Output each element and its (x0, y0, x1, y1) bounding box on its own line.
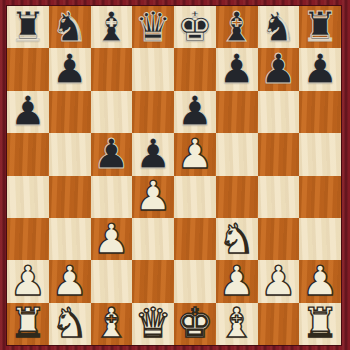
square-d6[interactable] (132, 91, 174, 133)
square-e6[interactable]: ♟ (174, 91, 216, 133)
black-pawn[interactable]: ♟ (132, 133, 174, 175)
black-rook[interactable]: ♜ (7, 6, 49, 48)
square-e4[interactable] (174, 176, 216, 218)
square-e1[interactable]: ♚ (174, 303, 216, 345)
square-c1[interactable]: ♝ (91, 303, 133, 345)
square-c4[interactable] (91, 176, 133, 218)
square-a5[interactable] (7, 133, 49, 175)
square-c8[interactable]: ♝ (91, 6, 133, 48)
square-b4[interactable] (49, 176, 91, 218)
square-f7[interactable]: ♟ (216, 48, 258, 90)
square-e2[interactable] (174, 260, 216, 302)
white-queen[interactable]: ♛ (132, 303, 174, 345)
square-a6[interactable]: ♟ (7, 91, 49, 133)
square-f1[interactable]: ♝ (216, 303, 258, 345)
white-pawn[interactable]: ♟ (216, 260, 258, 302)
square-a1[interactable]: ♜ (7, 303, 49, 345)
black-queen[interactable]: ♛ (132, 6, 174, 48)
black-pawn[interactable]: ♟ (216, 48, 258, 90)
square-e8[interactable]: ♚ (174, 6, 216, 48)
square-h1[interactable]: ♜ (299, 303, 341, 345)
black-rook[interactable]: ♜ (299, 6, 341, 48)
square-e7[interactable] (174, 48, 216, 90)
board-frame: ♜♞♝♛♚♝♞♜♟♟♟♟♟♟♟♟♟♟♟♞♟♟♟♟♟♜♞♝♛♚♝♜ (0, 0, 350, 350)
square-h8[interactable]: ♜ (299, 6, 341, 48)
square-b2[interactable]: ♟ (49, 260, 91, 302)
square-h4[interactable] (299, 176, 341, 218)
square-f2[interactable]: ♟ (216, 260, 258, 302)
square-f8[interactable]: ♝ (216, 6, 258, 48)
square-e3[interactable] (174, 218, 216, 260)
white-knight[interactable]: ♞ (216, 218, 258, 260)
square-d3[interactable] (132, 218, 174, 260)
black-pawn[interactable]: ♟ (49, 48, 91, 90)
square-c6[interactable] (91, 91, 133, 133)
white-pawn[interactable]: ♟ (174, 133, 216, 175)
square-h2[interactable]: ♟ (299, 260, 341, 302)
white-rook[interactable]: ♜ (299, 303, 341, 345)
black-pawn[interactable]: ♟ (91, 133, 133, 175)
square-g8[interactable]: ♞ (258, 6, 300, 48)
black-bishop[interactable]: ♝ (216, 6, 258, 48)
square-f4[interactable] (216, 176, 258, 218)
square-f6[interactable] (216, 91, 258, 133)
square-b1[interactable]: ♞ (49, 303, 91, 345)
square-h3[interactable] (299, 218, 341, 260)
black-king[interactable]: ♚ (174, 6, 216, 48)
black-pawn[interactable]: ♟ (174, 91, 216, 133)
square-g4[interactable] (258, 176, 300, 218)
white-pawn[interactable]: ♟ (7, 260, 49, 302)
square-g3[interactable] (258, 218, 300, 260)
square-d2[interactable] (132, 260, 174, 302)
square-b8[interactable]: ♞ (49, 6, 91, 48)
square-c5[interactable]: ♟ (91, 133, 133, 175)
square-h5[interactable] (299, 133, 341, 175)
square-a8[interactable]: ♜ (7, 6, 49, 48)
square-b6[interactable] (49, 91, 91, 133)
white-pawn[interactable]: ♟ (91, 218, 133, 260)
square-b3[interactable] (49, 218, 91, 260)
white-king[interactable]: ♚ (174, 303, 216, 345)
chess-board: ♜♞♝♛♚♝♞♜♟♟♟♟♟♟♟♟♟♟♟♞♟♟♟♟♟♜♞♝♛♚♝♜ (7, 6, 341, 345)
square-a2[interactable]: ♟ (7, 260, 49, 302)
square-a7[interactable] (7, 48, 49, 90)
square-d8[interactable]: ♛ (132, 6, 174, 48)
black-pawn[interactable]: ♟ (7, 91, 49, 133)
white-bishop[interactable]: ♝ (91, 303, 133, 345)
white-knight[interactable]: ♞ (49, 303, 91, 345)
square-g5[interactable] (258, 133, 300, 175)
square-d1[interactable]: ♛ (132, 303, 174, 345)
square-f3[interactable]: ♞ (216, 218, 258, 260)
white-bishop[interactable]: ♝ (216, 303, 258, 345)
square-a4[interactable] (7, 176, 49, 218)
square-d5[interactable]: ♟ (132, 133, 174, 175)
black-knight[interactable]: ♞ (49, 6, 91, 48)
square-f5[interactable] (216, 133, 258, 175)
square-c3[interactable]: ♟ (91, 218, 133, 260)
black-pawn[interactable]: ♟ (258, 48, 300, 90)
square-g1[interactable] (258, 303, 300, 345)
square-e5[interactable]: ♟ (174, 133, 216, 175)
white-pawn[interactable]: ♟ (49, 260, 91, 302)
white-pawn[interactable]: ♟ (299, 260, 341, 302)
square-c2[interactable] (91, 260, 133, 302)
square-h6[interactable] (299, 91, 341, 133)
black-pawn[interactable]: ♟ (299, 48, 341, 90)
square-b7[interactable]: ♟ (49, 48, 91, 90)
black-knight[interactable]: ♞ (258, 6, 300, 48)
square-g6[interactable] (258, 91, 300, 133)
white-pawn[interactable]: ♟ (132, 176, 174, 218)
black-bishop[interactable]: ♝ (91, 6, 133, 48)
white-pawn[interactable]: ♟ (258, 260, 300, 302)
square-d7[interactable] (132, 48, 174, 90)
square-b5[interactable] (49, 133, 91, 175)
square-g2[interactable]: ♟ (258, 260, 300, 302)
square-a3[interactable] (7, 218, 49, 260)
square-c7[interactable] (91, 48, 133, 90)
white-rook[interactable]: ♜ (7, 303, 49, 345)
square-d4[interactable]: ♟ (132, 176, 174, 218)
square-g7[interactable]: ♟ (258, 48, 300, 90)
square-h7[interactable]: ♟ (299, 48, 341, 90)
